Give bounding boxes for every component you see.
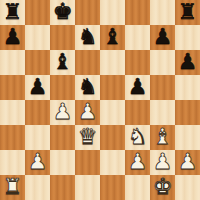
square-f6[interactable] bbox=[125, 50, 150, 75]
square-d6[interactable] bbox=[75, 50, 100, 75]
square-e7[interactable]: ♝ bbox=[100, 25, 125, 50]
square-g1[interactable]: ♚ bbox=[150, 175, 175, 200]
square-a7[interactable]: ♟ bbox=[0, 25, 25, 50]
square-e3[interactable] bbox=[100, 125, 125, 150]
square-g8[interactable] bbox=[150, 0, 175, 25]
square-f8[interactable] bbox=[125, 0, 150, 25]
black-bishop-icon: ♝ bbox=[103, 24, 123, 49]
square-g3[interactable]: ♝ bbox=[150, 125, 175, 150]
square-a6[interactable] bbox=[0, 50, 25, 75]
square-f4[interactable] bbox=[125, 100, 150, 125]
square-d2[interactable] bbox=[75, 150, 100, 175]
square-e5[interactable] bbox=[100, 75, 125, 100]
square-g4[interactable] bbox=[150, 100, 175, 125]
square-h4[interactable] bbox=[175, 100, 200, 125]
square-c1[interactable] bbox=[50, 175, 75, 200]
square-a8[interactable]: ♜ bbox=[0, 0, 25, 25]
square-h5[interactable] bbox=[175, 75, 200, 100]
white-rook-icon: ♜ bbox=[3, 174, 23, 199]
square-f5[interactable]: ♟ bbox=[125, 75, 150, 100]
square-d1[interactable] bbox=[75, 175, 100, 200]
square-h2[interactable]: ♟ bbox=[175, 150, 200, 175]
square-a1[interactable]: ♜ bbox=[0, 175, 25, 200]
square-g2[interactable]: ♟ bbox=[150, 150, 175, 175]
white-pawn-icon: ♟ bbox=[178, 149, 198, 174]
black-pawn-icon: ♟ bbox=[128, 74, 148, 99]
square-h7[interactable] bbox=[175, 25, 200, 50]
white-king-icon: ♚ bbox=[153, 174, 173, 199]
square-h8[interactable]: ♜ bbox=[175, 0, 200, 25]
square-c2[interactable] bbox=[50, 150, 75, 175]
square-b5[interactable]: ♟ bbox=[25, 75, 50, 100]
square-a5[interactable] bbox=[0, 75, 25, 100]
square-d8[interactable] bbox=[75, 0, 100, 25]
white-pawn-icon: ♟ bbox=[128, 149, 148, 174]
square-c8[interactable]: ♚ bbox=[50, 0, 75, 25]
chess-board: ♜♚♜♟♞♝♟♝♟♟♞♟♟♟♛♞♝♟♟♟♟♜♚ bbox=[0, 0, 200, 200]
square-b6[interactable] bbox=[25, 50, 50, 75]
square-f2[interactable]: ♟ bbox=[125, 150, 150, 175]
square-a4[interactable] bbox=[0, 100, 25, 125]
square-c5[interactable] bbox=[50, 75, 75, 100]
white-queen-icon: ♛ bbox=[78, 124, 98, 149]
square-f3[interactable]: ♞ bbox=[125, 125, 150, 150]
square-h1[interactable] bbox=[175, 175, 200, 200]
square-e6[interactable] bbox=[100, 50, 125, 75]
white-pawn-icon: ♟ bbox=[28, 149, 48, 174]
square-g5[interactable] bbox=[150, 75, 175, 100]
square-c6[interactable]: ♝ bbox=[50, 50, 75, 75]
square-b4[interactable] bbox=[25, 100, 50, 125]
square-b3[interactable] bbox=[25, 125, 50, 150]
square-d7[interactable]: ♞ bbox=[75, 25, 100, 50]
square-g6[interactable] bbox=[150, 50, 175, 75]
black-knight-icon: ♞ bbox=[78, 24, 98, 49]
square-f7[interactable] bbox=[125, 25, 150, 50]
black-bishop-icon: ♝ bbox=[53, 49, 73, 74]
black-rook-icon: ♜ bbox=[3, 0, 23, 24]
black-pawn-icon: ♟ bbox=[153, 24, 173, 49]
square-b8[interactable] bbox=[25, 0, 50, 25]
square-c3[interactable] bbox=[50, 125, 75, 150]
square-c7[interactable] bbox=[50, 25, 75, 50]
white-pawn-icon: ♟ bbox=[78, 99, 98, 124]
square-h6[interactable]: ♟ bbox=[175, 50, 200, 75]
black-pawn-icon: ♟ bbox=[3, 24, 23, 49]
black-pawn-icon: ♟ bbox=[178, 49, 198, 74]
square-e2[interactable] bbox=[100, 150, 125, 175]
black-knight-icon: ♞ bbox=[78, 74, 98, 99]
square-b1[interactable] bbox=[25, 175, 50, 200]
square-e1[interactable] bbox=[100, 175, 125, 200]
black-pawn-icon: ♟ bbox=[28, 74, 48, 99]
square-a2[interactable] bbox=[0, 150, 25, 175]
square-d3[interactable]: ♛ bbox=[75, 125, 100, 150]
square-c4[interactable]: ♟ bbox=[50, 100, 75, 125]
white-pawn-icon: ♟ bbox=[153, 149, 173, 174]
square-f1[interactable] bbox=[125, 175, 150, 200]
white-pawn-icon: ♟ bbox=[53, 99, 73, 124]
square-d5[interactable]: ♞ bbox=[75, 75, 100, 100]
square-g7[interactable]: ♟ bbox=[150, 25, 175, 50]
white-bishop-icon: ♝ bbox=[153, 124, 173, 149]
square-d4[interactable]: ♟ bbox=[75, 100, 100, 125]
black-king-icon: ♚ bbox=[53, 0, 73, 24]
square-e8[interactable] bbox=[100, 0, 125, 25]
square-a3[interactable] bbox=[0, 125, 25, 150]
square-h3[interactable] bbox=[175, 125, 200, 150]
square-b2[interactable]: ♟ bbox=[25, 150, 50, 175]
white-knight-icon: ♞ bbox=[128, 124, 148, 149]
square-b7[interactable] bbox=[25, 25, 50, 50]
square-e4[interactable] bbox=[100, 100, 125, 125]
black-rook-icon: ♜ bbox=[178, 0, 198, 24]
